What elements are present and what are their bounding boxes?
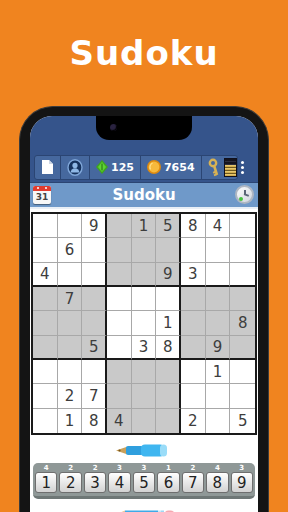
cell-r4c5[interactable] (132, 287, 157, 311)
cell-r3c7[interactable]: 3 (181, 263, 206, 287)
daily-challenge-button[interactable]: 31 (33, 186, 51, 204)
cell-r2c6[interactable] (156, 238, 181, 262)
numpad-count-3: 2 (84, 464, 106, 472)
cell-r6c1[interactable] (33, 336, 58, 360)
cell-r4c4[interactable] (107, 287, 132, 311)
toolbar-segments: 125 7654 (34, 155, 238, 180)
banner-title: Sudoku (69, 33, 218, 73)
cell-r1c4[interactable] (107, 214, 132, 238)
cell-r9c9[interactable]: 5 (230, 409, 255, 433)
cell-r9c8[interactable] (206, 409, 231, 433)
cell-r5c7[interactable] (181, 311, 206, 335)
cell-r1c5[interactable]: 1 (132, 214, 157, 238)
rewards-button[interactable] (202, 156, 238, 179)
numpad-key-2[interactable]: 2 (59, 472, 81, 493)
coin-icon (147, 160, 161, 174)
cell-r9c7[interactable]: 2 (181, 409, 206, 433)
calendar-icon (33, 186, 51, 191)
cell-r7c8[interactable]: 1 (206, 360, 231, 384)
cell-r3c5[interactable] (132, 263, 157, 287)
camera-dot (110, 124, 117, 131)
cell-r5c5[interactable] (132, 311, 157, 335)
cell-r5c9[interactable]: 8 (230, 311, 255, 335)
cell-r6c5[interactable]: 3 (132, 336, 157, 360)
cell-r1c6[interactable]: 5 (156, 214, 181, 238)
cell-r8c1[interactable] (33, 384, 58, 408)
cell-r5c1[interactable] (33, 311, 58, 335)
cell-r3c4[interactable] (107, 263, 132, 287)
avatar-icon (67, 159, 83, 176)
numpad-count-5: 3 (133, 464, 155, 472)
cell-r3c2[interactable] (58, 263, 83, 287)
cell-r8c7[interactable] (181, 384, 206, 408)
cell-r6c4[interactable] (107, 336, 132, 360)
pencil-tool-button[interactable] (113, 507, 175, 512)
cell-r9c6[interactable] (156, 409, 181, 433)
kebab-menu-icon (241, 161, 244, 164)
gem-count: 125 (111, 162, 134, 173)
cell-r6c3[interactable]: 5 (82, 336, 107, 360)
cell-r1c9[interactable] (230, 214, 255, 238)
cell-r8c4[interactable] (107, 384, 132, 408)
cell-r3c9[interactable] (230, 263, 255, 287)
coin-count: 7654 (164, 162, 195, 173)
cell-r4c8[interactable] (206, 287, 231, 311)
cell-r7c4[interactable] (107, 360, 132, 384)
menu-dots-button[interactable] (238, 158, 247, 177)
cell-r7c5[interactable] (132, 360, 157, 384)
cell-r2c5[interactable] (132, 238, 157, 262)
number-pad: 422331243 123456789 (33, 463, 255, 499)
cell-r8c3[interactable]: 7 (82, 384, 107, 408)
numpad-count-9: 3 (231, 464, 253, 472)
app-store-banner: Sudoku (0, 0, 288, 106)
numpad-key-6[interactable]: 6 (157, 472, 179, 493)
avatar-button[interactable] (61, 156, 90, 179)
numpad-count-8: 4 (206, 464, 228, 472)
cell-r2c7[interactable] (181, 238, 206, 262)
cell-r6c7[interactable] (181, 336, 206, 360)
cell-r2c4[interactable] (107, 238, 132, 262)
cell-r4c2[interactable]: 7 (58, 287, 83, 311)
cell-r2c1[interactable] (33, 238, 58, 262)
cell-r7c1[interactable] (33, 360, 58, 384)
cell-r5c4[interactable] (107, 311, 132, 335)
phone-screen: 125 7654 (30, 116, 258, 512)
gem-counter-button[interactable]: 125 (90, 156, 141, 179)
cell-r3c8[interactable] (206, 263, 231, 287)
cell-r7c2[interactable] (58, 360, 83, 384)
cell-r2c2[interactable]: 6 (58, 238, 83, 262)
cell-r4c3[interactable] (82, 287, 107, 311)
phone-frame: 125 7654 (19, 106, 269, 512)
cell-r2c3[interactable] (82, 238, 107, 262)
notch (96, 116, 192, 140)
cell-r8c5[interactable] (132, 384, 157, 408)
cell-r1c2[interactable] (58, 214, 83, 238)
cell-r4c9[interactable] (230, 287, 255, 311)
cell-r9c1[interactable] (33, 409, 58, 433)
cell-r1c8[interactable]: 4 (206, 214, 231, 238)
pen-tool-button[interactable] (116, 443, 172, 458)
cell-r6c9[interactable] (230, 336, 255, 360)
cell-r9c2[interactable]: 1 (58, 409, 83, 433)
numpad-keys: 123456789 (35, 472, 253, 493)
toolbar: 125 7654 (30, 155, 258, 182)
key-icon (208, 158, 221, 177)
cell-r5c6[interactable]: 1 (156, 311, 181, 335)
cell-r8c2[interactable]: 2 (58, 384, 83, 408)
cell-r3c1[interactable]: 4 (33, 263, 58, 287)
cell-r7c3[interactable] (82, 360, 107, 384)
cell-r7c9[interactable] (230, 360, 255, 384)
cell-r2c9[interactable] (230, 238, 255, 262)
numpad-key-8[interactable]: 8 (206, 472, 228, 493)
numpad-key-5[interactable]: 5 (133, 472, 155, 493)
cell-r2c8[interactable] (206, 238, 231, 262)
cell-r7c7[interactable] (181, 360, 206, 384)
numpad-count-4: 3 (108, 464, 130, 472)
cell-r5c2[interactable] (58, 311, 83, 335)
numpad-key-9[interactable]: 9 (231, 472, 253, 493)
cell-r4c1[interactable] (33, 287, 58, 311)
timer-button[interactable] (235, 185, 254, 204)
numpad-count-7: 2 (182, 464, 204, 472)
cell-r1c1[interactable] (33, 214, 58, 238)
header-title: Sudoku (112, 186, 175, 204)
numpad-key-7[interactable]: 7 (182, 472, 204, 493)
numpad-count-6: 1 (157, 464, 179, 472)
numpad-count-1: 4 (35, 464, 57, 472)
cell-r8c9[interactable] (230, 384, 255, 408)
cell-r9c3[interactable]: 8 (82, 409, 107, 433)
document-icon (41, 159, 54, 175)
cell-r7c6[interactable] (156, 360, 181, 384)
cell-r9c5[interactable] (132, 409, 157, 433)
cell-r5c8[interactable] (206, 311, 231, 335)
status-bar (30, 116, 258, 155)
document-button[interactable] (35, 156, 61, 179)
gem-icon (96, 160, 108, 174)
numpad-counts: 422331243 (35, 464, 253, 472)
calendar-day: 31 (33, 191, 51, 203)
game-area: 915846493718538912718425 422331243 12345… (30, 209, 258, 512)
numpad-key-3[interactable]: 3 (84, 472, 106, 493)
cell-r3c6[interactable]: 9 (156, 263, 181, 287)
cell-r8c8[interactable] (206, 384, 231, 408)
cell-r4c7[interactable] (181, 287, 206, 311)
cell-r6c6[interactable]: 8 (156, 336, 181, 360)
cell-r8c6[interactable] (156, 384, 181, 408)
numpad-count-2: 2 (59, 464, 81, 472)
cell-r6c2[interactable] (58, 336, 83, 360)
cell-r1c3[interactable]: 9 (82, 214, 107, 238)
cell-r6c8[interactable]: 9 (206, 336, 231, 360)
numpad-key-4[interactable]: 4 (108, 472, 130, 493)
coin-stack-icon (224, 158, 237, 177)
cell-r4c6[interactable] (156, 287, 181, 311)
cell-r3c3[interactable] (82, 263, 107, 287)
sudoku-grid: 915846493718538912718425 (31, 212, 257, 435)
cell-r9c4[interactable]: 4 (107, 409, 132, 433)
cell-r5c3[interactable] (82, 311, 107, 335)
numpad-key-1[interactable]: 1 (35, 472, 57, 493)
coin-counter-button[interactable]: 7654 (141, 156, 202, 179)
pen-icon (116, 443, 172, 458)
header-bar: 31 Sudoku (30, 182, 258, 209)
cell-r1c7[interactable]: 8 (181, 214, 206, 238)
